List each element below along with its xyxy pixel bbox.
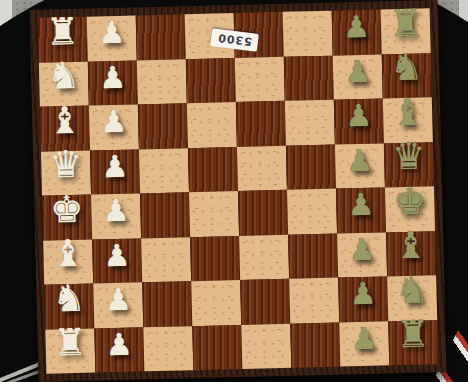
board-square: ♟ bbox=[91, 193, 141, 239]
board-square: ♟ bbox=[335, 143, 385, 189]
board-square bbox=[191, 280, 241, 326]
green-rook-piece: ♜ bbox=[388, 4, 422, 42]
green-pawn-piece: ♟ bbox=[350, 323, 378, 354]
white-knight-piece: ♞ bbox=[47, 57, 81, 95]
white-pawn-piece: ♟ bbox=[98, 18, 126, 49]
white-pawn-piece: ♟ bbox=[102, 196, 130, 227]
board-square: ♟ bbox=[338, 276, 388, 322]
board-square: ♜ bbox=[388, 320, 438, 366]
green-knight-piece: ♞ bbox=[389, 49, 423, 87]
green-pawn-piece: ♟ bbox=[348, 234, 376, 265]
board-square: ♟ bbox=[333, 54, 383, 100]
white-rook-piece: ♜ bbox=[53, 324, 87, 362]
board-square bbox=[237, 145, 287, 191]
board-square: ♟ bbox=[339, 321, 389, 367]
green-bishop-piece: ♝ bbox=[391, 93, 425, 131]
green-rook-piece: ♜ bbox=[396, 316, 430, 354]
board-square: ♟ bbox=[337, 232, 387, 278]
chess-board: ♜♟♟♜♞♟♟♞♝♟♟♝♛♟♟♛♚♟♟♚♝♟♟♝♞♟♟♞♜♟♟♜ bbox=[30, 0, 447, 382]
board-square bbox=[283, 11, 333, 57]
board-square bbox=[289, 278, 339, 324]
photo-scene: ♜♟♟♜♞♟♟♞♝♟♟♝♛♟♟♛♚♟♟♚♝♟♟♝♞♟♟♞♜♟♟♜ 5300 bbox=[0, 0, 468, 382]
green-pawn-piece: ♟ bbox=[343, 12, 371, 43]
board-square bbox=[236, 101, 286, 147]
white-rook-piece: ♜ bbox=[46, 13, 80, 51]
white-knight-piece: ♞ bbox=[52, 280, 86, 318]
board-square: ♜ bbox=[45, 328, 95, 374]
board-square: ♟ bbox=[334, 98, 384, 144]
board-square bbox=[284, 55, 334, 101]
board-square: ♟ bbox=[90, 149, 140, 195]
board-square bbox=[240, 279, 290, 325]
white-king-piece: ♚ bbox=[50, 191, 84, 229]
board-square bbox=[187, 102, 237, 148]
board-square bbox=[143, 326, 193, 372]
green-king-piece: ♚ bbox=[393, 182, 427, 220]
board-square: ♟ bbox=[94, 327, 144, 373]
board-square: ♟ bbox=[92, 238, 142, 284]
chess-board-grid: ♜♟♟♜♞♟♟♞♝♟♟♝♛♟♟♛♚♟♟♚♝♟♟♝♞♟♟♞♜♟♟♜ bbox=[38, 8, 439, 373]
lot-number-label: 5300 bbox=[217, 31, 253, 48]
board-square bbox=[136, 14, 186, 60]
green-knight-piece: ♞ bbox=[395, 271, 429, 309]
white-queen-piece: ♛ bbox=[49, 146, 83, 184]
board-square bbox=[190, 235, 240, 281]
board-square: ♟ bbox=[87, 15, 137, 61]
green-pawn-piece: ♟ bbox=[349, 279, 377, 310]
board-square bbox=[137, 59, 187, 105]
board-square bbox=[140, 192, 190, 238]
board-square bbox=[142, 281, 192, 327]
board-square bbox=[286, 144, 336, 190]
board-square bbox=[238, 190, 288, 236]
board-square bbox=[139, 148, 189, 194]
white-bishop-piece: ♝ bbox=[48, 102, 82, 140]
white-pawn-piece: ♟ bbox=[103, 240, 131, 271]
green-bishop-piece: ♝ bbox=[394, 227, 428, 265]
board-square bbox=[188, 147, 238, 193]
board-square bbox=[189, 191, 239, 237]
board-square bbox=[192, 324, 242, 370]
green-pawn-piece: ♟ bbox=[347, 190, 375, 221]
board-square bbox=[235, 56, 285, 102]
white-pawn-piece: ♟ bbox=[101, 151, 129, 182]
board-square bbox=[288, 233, 338, 279]
board-square bbox=[141, 237, 191, 283]
green-pawn-piece: ♟ bbox=[346, 145, 374, 176]
green-pawn-piece: ♟ bbox=[344, 56, 372, 87]
board-square bbox=[241, 323, 291, 369]
white-bishop-piece: ♝ bbox=[51, 235, 85, 273]
board-square bbox=[138, 103, 188, 149]
board-square: ♟ bbox=[93, 282, 143, 328]
board-square bbox=[287, 189, 337, 235]
white-pawn-piece: ♟ bbox=[100, 107, 128, 138]
white-pawn-piece: ♟ bbox=[99, 62, 127, 93]
white-pawn-piece: ♟ bbox=[104, 285, 132, 316]
board-square: ♟ bbox=[336, 187, 386, 233]
board-square: ♟ bbox=[89, 104, 139, 150]
board-square bbox=[186, 58, 236, 104]
board-square bbox=[239, 234, 289, 280]
board-square bbox=[290, 322, 340, 368]
board-square: ♟ bbox=[88, 60, 138, 106]
board-square: ♟ bbox=[332, 9, 382, 55]
board-square bbox=[285, 100, 335, 146]
green-queen-piece: ♛ bbox=[392, 138, 426, 176]
green-pawn-piece: ♟ bbox=[345, 101, 373, 132]
white-pawn-piece: ♟ bbox=[105, 329, 133, 360]
